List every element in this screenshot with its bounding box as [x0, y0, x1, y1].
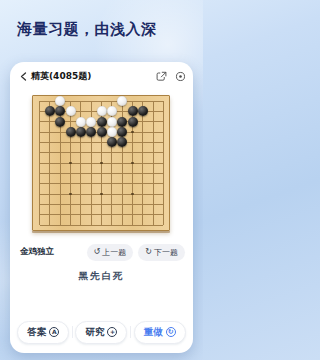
puzzle-card: 精英(4085题) 金鸡独立 ↺ 上一题 ↻ 下一题 黑先白死: [10, 62, 193, 353]
stone-white[interactable]: [76, 117, 86, 127]
page-title: 海量习题，由浅入深: [17, 20, 157, 39]
next-problem-label: 下一题: [154, 247, 178, 258]
undo-arrow-icon: ↺: [94, 248, 101, 256]
grid-line-h: [40, 204, 164, 205]
share-icon: [156, 71, 167, 82]
stone-white[interactable]: [117, 96, 127, 106]
puzzle-set-title: 精英(4085题): [31, 70, 91, 83]
stone-black[interactable]: [117, 127, 127, 137]
stone-black[interactable]: [138, 106, 148, 116]
chevron-left-icon: [20, 72, 27, 81]
task-statement: 黑先白死: [10, 270, 193, 283]
stone-black[interactable]: [66, 127, 76, 137]
stone-black[interactable]: [45, 106, 55, 116]
stone-white[interactable]: [107, 106, 117, 116]
divider: [72, 326, 73, 338]
grid-line-v: [153, 101, 154, 225]
stone-black[interactable]: [128, 106, 138, 116]
back-button[interactable]: [17, 71, 29, 83]
stone-black[interactable]: [86, 127, 96, 137]
meta-row: 金鸡独立 ↺ 上一题 ↻ 下一题: [20, 243, 185, 261]
grid-line-h: [40, 183, 164, 184]
answer-circle-icon: A: [49, 327, 59, 337]
redo-button[interactable]: 重做 ↻: [134, 321, 186, 344]
grid-line-h: [40, 214, 164, 215]
stone-black[interactable]: [117, 137, 127, 147]
prev-problem-button[interactable]: ↺ 上一题: [87, 244, 134, 261]
research-label: 研究: [85, 326, 104, 339]
answer-label: 答案: [27, 326, 46, 339]
grid-line-h: [40, 173, 164, 174]
bottom-action-bar: 答案 A 研究 + 重做 ↻: [16, 319, 187, 345]
share-button[interactable]: [156, 71, 167, 82]
stone-white[interactable]: [107, 127, 117, 137]
redo-label: 重做: [144, 326, 163, 339]
stone-black[interactable]: [55, 117, 65, 127]
stone-white[interactable]: [86, 117, 96, 127]
go-board[interactable]: [32, 95, 170, 231]
stone-white[interactable]: [66, 106, 76, 116]
target-icon: [175, 71, 186, 82]
stone-black[interactable]: [107, 137, 117, 147]
next-problem-button[interactable]: ↻ 下一题: [138, 244, 185, 261]
stone-white[interactable]: [107, 117, 117, 127]
grid-line-v: [142, 101, 143, 225]
redo-arrow-icon: ↻: [145, 248, 152, 256]
research-circle-icon: +: [107, 327, 117, 337]
grid-line-v: [163, 101, 164, 225]
stone-black[interactable]: [97, 117, 107, 127]
problem-name: 金鸡独立: [20, 246, 54, 258]
stone-white[interactable]: [97, 106, 107, 116]
grid-line-h: [40, 225, 164, 226]
research-button[interactable]: 研究 +: [75, 321, 127, 344]
card-header: 精英(4085题): [17, 69, 186, 84]
prev-problem-label: 上一题: [102, 247, 126, 258]
stone-black[interactable]: [117, 117, 127, 127]
stone-black[interactable]: [76, 127, 86, 137]
divider: [130, 326, 131, 338]
stone-black[interactable]: [128, 117, 138, 127]
stone-black[interactable]: [97, 127, 107, 137]
stone-white[interactable]: [55, 96, 65, 106]
redo-circle-icon: ↻: [166, 327, 176, 337]
settings-button[interactable]: [175, 71, 186, 82]
stone-black[interactable]: [55, 106, 65, 116]
answer-button[interactable]: 答案 A: [17, 321, 69, 344]
